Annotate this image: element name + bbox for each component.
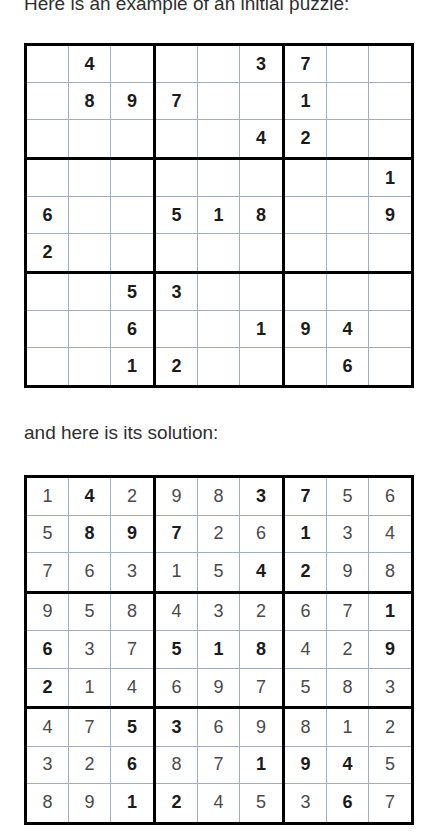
solution-heading: and here is its solution: [24,422,218,444]
solution-cell-r4c9: 1 [369,594,411,632]
solution-cell-r8c2: 2 [69,747,111,785]
puzzle-cell-r6c7 [285,234,327,271]
solution-cell-r9c4: 2 [156,784,198,822]
puzzle-cell-r2c4: 7 [156,83,198,120]
puzzle-cell-r5c7 [285,197,327,234]
solution-cell-r6c1: 2 [27,669,69,707]
solution-cell-r5c7: 4 [285,631,327,669]
puzzle-cell-r2c8 [327,83,369,120]
puzzle-cell-r6c9 [369,234,411,271]
solution-cell-r4c6: 2 [240,594,282,632]
puzzle-cell-r9c7 [285,348,327,385]
puzzle-cell-r8c3: 6 [111,311,153,348]
puzzle-cell-r3c3 [111,120,153,157]
solution-cell-r2c2: 8 [69,516,111,554]
puzzle-cell-r5c9: 9 [369,197,411,234]
solution-cell-r5c5: 1 [198,631,240,669]
puzzle-cell-r1c6: 3 [240,46,282,83]
puzzle-cell-r2c3: 9 [111,83,153,120]
puzzle-cell-r7c1 [27,274,69,311]
sudoku-box: 142589763 [27,478,156,594]
puzzle-cell-r7c5 [198,274,240,311]
puzzle-cell-r7c6 [240,274,282,311]
puzzle-cell-r2c2: 8 [69,83,111,120]
puzzle-cell-r5c4: 5 [156,197,198,234]
puzzle-cell-r3c9 [369,120,411,157]
puzzle-cell-r3c5 [198,120,240,157]
solution-cell-r5c2: 3 [69,631,111,669]
puzzle-cell-r6c2 [69,234,111,271]
solution-cell-r1c9: 6 [369,478,411,516]
solution-cell-r7c4: 3 [156,709,198,747]
puzzle-cell-r3c2 [69,120,111,157]
puzzle-cell-r4c7 [285,160,327,197]
puzzle-cell-r5c2 [69,197,111,234]
puzzle-cell-r1c8 [327,46,369,83]
puzzle-cell-r8c4 [156,311,198,348]
puzzle-cell-r7c9 [369,274,411,311]
puzzle-cell-r1c2: 4 [69,46,111,83]
solution-cell-r4c4: 4 [156,594,198,632]
solution-cell-r4c1: 9 [27,594,69,632]
solution-cell-r8c4: 8 [156,747,198,785]
solution-cell-r1c2: 4 [69,478,111,516]
sudoku-box: 312 [156,274,285,385]
solution-cell-r6c6: 7 [240,669,282,707]
solution-cell-r6c9: 3 [369,669,411,707]
solution-cell-r5c6: 8 [240,631,282,669]
sudoku-box: 946 [285,274,411,385]
solution-cell-r4c5: 3 [198,594,240,632]
puzzle-cell-r9c3: 1 [111,348,153,385]
puzzle-cell-r4c4 [156,160,198,197]
solution-cell-r5c8: 2 [327,631,369,669]
solution-cell-r5c3: 7 [111,631,153,669]
solution-cell-r7c1: 4 [27,709,69,747]
solution-cell-r2c7: 1 [285,516,327,554]
solution-cell-r2c8: 3 [327,516,369,554]
solution-cell-r1c4: 9 [156,478,198,516]
sudoku-box: 712 [285,46,411,160]
solution-cell-r4c3: 8 [111,594,153,632]
solution-cell-r3c5: 5 [198,553,240,591]
puzzle-cell-r2c7: 1 [285,83,327,120]
puzzle-cell-r6c1: 2 [27,234,69,271]
puzzle-cell-r9c5 [198,348,240,385]
solution-cell-r4c7: 6 [285,594,327,632]
solution-cell-r1c5: 8 [198,478,240,516]
puzzle-cell-r7c2 [69,274,111,311]
solution-cell-r2c9: 4 [369,516,411,554]
solution-cell-r2c1: 5 [27,516,69,554]
solution-cell-r9c2: 9 [69,784,111,822]
puzzle-cell-r9c4: 2 [156,348,198,385]
solution-cell-r7c8: 1 [327,709,369,747]
solution-cell-r4c8: 7 [327,594,369,632]
solution-cell-r6c5: 9 [198,669,240,707]
solution-cell-r3c3: 3 [111,553,153,591]
puzzle-cell-r4c3 [111,160,153,197]
puzzle-cell-r8c1 [27,311,69,348]
sudoku-box: 374 [156,46,285,160]
sudoku-box: 518 [156,160,285,274]
sudoku-box: 958637214 [27,594,156,710]
puzzle-cell-r7c8 [327,274,369,311]
solution-cell-r3c2: 6 [69,553,111,591]
puzzle-cell-r4c1 [27,160,69,197]
puzzle-cell-r6c4 [156,234,198,271]
puzzle-cell-r1c5 [198,46,240,83]
solution-cell-r9c1: 8 [27,784,69,822]
puzzle-cell-r1c3 [111,46,153,83]
puzzle-cell-r4c8 [327,160,369,197]
solution-cell-r9c6: 5 [240,784,282,822]
puzzle-heading: Here is an example of an initial puzzle: [24,0,349,15]
puzzle-cell-r5c3 [111,197,153,234]
puzzle-cell-r8c2 [69,311,111,348]
puzzle-cell-r8c8: 4 [327,311,369,348]
puzzle-cell-r4c9: 1 [369,160,411,197]
solution-cell-r6c2: 1 [69,669,111,707]
sudoku-puzzle-board: 4893747126251819561312946 [24,43,414,388]
solution-cell-r7c9: 2 [369,709,411,747]
sudoku-solution-board: 1425897639837261547561342989586372144325… [24,475,414,825]
puzzle-cell-r5c1: 6 [27,197,69,234]
solution-cell-r9c5: 4 [198,784,240,822]
solution-cell-r3c1: 7 [27,553,69,591]
puzzle-cell-r7c3: 5 [111,274,153,311]
solution-cell-r2c6: 6 [240,516,282,554]
solution-cell-r6c7: 5 [285,669,327,707]
puzzle-cell-r6c6 [240,234,282,271]
solution-cell-r7c6: 9 [240,709,282,747]
puzzle-cell-r6c3 [111,234,153,271]
solution-cell-r1c1: 1 [27,478,69,516]
puzzle-cell-r3c4 [156,120,198,157]
puzzle-cell-r6c5 [198,234,240,271]
puzzle-cell-r4c5 [198,160,240,197]
puzzle-cell-r2c6 [240,83,282,120]
puzzle-cell-r5c6: 8 [240,197,282,234]
sudoku-box: 561 [27,274,156,385]
puzzle-cell-r1c4 [156,46,198,83]
solution-cell-r7c5: 6 [198,709,240,747]
puzzle-cell-r4c6 [240,160,282,197]
solution-cell-r9c9: 7 [369,784,411,822]
solution-cell-r8c6: 1 [240,747,282,785]
solution-cell-r7c7: 8 [285,709,327,747]
puzzle-cell-r3c6: 4 [240,120,282,157]
puzzle-cell-r5c5: 1 [198,197,240,234]
solution-cell-r4c2: 5 [69,594,111,632]
solution-cell-r2c3: 9 [111,516,153,554]
sudoku-box: 756134298 [285,478,411,594]
sudoku-box: 475326891 [27,709,156,822]
solution-cell-r2c5: 2 [198,516,240,554]
solution-cell-r8c5: 7 [198,747,240,785]
puzzle-cell-r3c7: 2 [285,120,327,157]
sudoku-box: 19 [285,160,411,274]
solution-cell-r1c3: 2 [111,478,153,516]
solution-cell-r7c3: 5 [111,709,153,747]
puzzle-cell-r2c1 [27,83,69,120]
puzzle-cell-r8c5 [198,311,240,348]
solution-cell-r8c9: 5 [369,747,411,785]
puzzle-cell-r4c2 [69,160,111,197]
puzzle-cell-r9c2 [69,348,111,385]
solution-cell-r3c4: 1 [156,553,198,591]
solution-cell-r9c8: 6 [327,784,369,822]
solution-cell-r3c9: 8 [369,553,411,591]
solution-cell-r8c7: 9 [285,747,327,785]
puzzle-cell-r9c6 [240,348,282,385]
puzzle-cell-r7c7 [285,274,327,311]
solution-cell-r3c8: 9 [327,553,369,591]
sudoku-box: 983726154 [156,478,285,594]
solution-cell-r9c7: 3 [285,784,327,822]
solution-cell-r9c3: 1 [111,784,153,822]
puzzle-cell-r1c9 [369,46,411,83]
solution-cell-r6c8: 8 [327,669,369,707]
puzzle-cell-r1c7: 7 [285,46,327,83]
puzzle-cell-r3c8 [327,120,369,157]
puzzle-cell-r2c5 [198,83,240,120]
solution-cell-r5c4: 5 [156,631,198,669]
puzzle-cell-r6c8 [327,234,369,271]
puzzle-cell-r1c1 [27,46,69,83]
puzzle-cell-r9c1 [27,348,69,385]
solution-cell-r6c4: 6 [156,669,198,707]
solution-cell-r6c3: 4 [111,669,153,707]
sudoku-box: 369871245 [156,709,285,822]
solution-cell-r8c3: 6 [111,747,153,785]
sudoku-box: 812945367 [285,709,411,822]
solution-cell-r8c8: 4 [327,747,369,785]
solution-cell-r5c9: 9 [369,631,411,669]
puzzle-cell-r5c8 [327,197,369,234]
puzzle-cell-r8c9 [369,311,411,348]
solution-cell-r1c7: 7 [285,478,327,516]
solution-cell-r1c8: 5 [327,478,369,516]
puzzle-cell-r9c8: 6 [327,348,369,385]
sudoku-box: 62 [27,160,156,274]
sudoku-box: 432518697 [156,594,285,710]
solution-cell-r3c6: 4 [240,553,282,591]
puzzle-cell-r3c1 [27,120,69,157]
sudoku-box: 489 [27,46,156,160]
solution-cell-r8c1: 3 [27,747,69,785]
puzzle-cell-r7c4: 3 [156,274,198,311]
solution-cell-r1c6: 3 [240,478,282,516]
puzzle-cell-r8c7: 9 [285,311,327,348]
solution-cell-r2c4: 7 [156,516,198,554]
solution-cell-r7c2: 7 [69,709,111,747]
puzzle-cell-r8c6: 1 [240,311,282,348]
puzzle-cell-r9c9 [369,348,411,385]
solution-cell-r5c1: 6 [27,631,69,669]
sudoku-box: 671429583 [285,594,411,710]
solution-cell-r3c7: 2 [285,553,327,591]
puzzle-cell-r2c9 [369,83,411,120]
